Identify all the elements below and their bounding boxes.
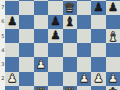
- piece-white-pawn-f2[interactable]: ♟: [79, 73, 89, 85]
- square-a3[interactable]: [5, 57, 19, 71]
- piece-black-pawn-g7[interactable]: ♟: [93, 2, 103, 14]
- chess-board[interactable]: ♚♛♟♟♟♟♝♟♝♟♟♟♟♟♜♜♚: [5, 0, 120, 90]
- square-d2[interactable]: [48, 72, 62, 86]
- square-b4[interactable]: [19, 43, 33, 57]
- square-c6[interactable]: [34, 15, 48, 29]
- square-g1[interactable]: [91, 86, 105, 90]
- rank-label-7: 7: [1, 5, 6, 10]
- piece-white-bishop-h5[interactable]: ♝: [107, 30, 119, 43]
- square-c7[interactable]: [34, 1, 48, 15]
- square-h7[interactable]: ♟: [106, 1, 120, 15]
- square-e1[interactable]: ♜: [63, 86, 77, 90]
- square-e6[interactable]: ♝: [63, 15, 77, 29]
- piece-white-pawn-g2[interactable]: ♟: [93, 73, 103, 85]
- square-b2[interactable]: [19, 72, 33, 86]
- square-g6[interactable]: [91, 15, 105, 29]
- rank-label-3: 3: [1, 62, 6, 67]
- square-f3[interactable]: [77, 57, 91, 71]
- square-h2[interactable]: ♟: [106, 72, 120, 86]
- square-g2[interactable]: ♟: [91, 72, 105, 86]
- square-f5[interactable]: [77, 29, 91, 43]
- square-f7[interactable]: [77, 1, 91, 15]
- square-c2[interactable]: [34, 72, 48, 86]
- square-e7[interactable]: ♛: [63, 1, 77, 15]
- piece-white-king-h1[interactable]: ♚: [107, 86, 119, 90]
- square-d3[interactable]: [48, 57, 62, 71]
- square-c1[interactable]: ♜: [34, 86, 48, 90]
- square-a2[interactable]: ♟: [5, 72, 19, 86]
- square-e5[interactable]: [63, 29, 77, 43]
- rank-label-4: 4: [1, 48, 6, 53]
- square-d4[interactable]: [48, 43, 62, 57]
- square-b7[interactable]: [19, 1, 33, 15]
- piece-black-bishop-e6[interactable]: ♝: [64, 15, 76, 28]
- square-f2[interactable]: ♟: [77, 72, 91, 86]
- square-a7[interactable]: [5, 1, 19, 15]
- square-h6[interactable]: [106, 15, 120, 29]
- square-e4[interactable]: [63, 43, 77, 57]
- piece-black-pawn-d5[interactable]: ♟: [50, 30, 60, 42]
- square-a4[interactable]: [5, 43, 19, 57]
- piece-black-pawn-d6[interactable]: ♟: [50, 16, 60, 28]
- piece-white-queen-e7[interactable]: ♛: [64, 1, 76, 14]
- square-e3[interactable]: [63, 57, 77, 71]
- square-e2[interactable]: [63, 72, 77, 86]
- square-c4[interactable]: [34, 43, 48, 57]
- rank-label-6: 6: [1, 19, 6, 24]
- piece-white-rook-e1[interactable]: ♜: [64, 86, 76, 90]
- piece-black-pawn-a6[interactable]: ♟: [7, 16, 17, 28]
- square-a5[interactable]: [5, 29, 19, 43]
- square-b5[interactable]: [19, 29, 33, 43]
- square-b1[interactable]: [19, 86, 33, 90]
- piece-black-pawn-h7[interactable]: ♟: [108, 2, 118, 14]
- square-h4[interactable]: [106, 43, 120, 57]
- chess-board-frame: ♚♛♟♟♟♟♝♟♝♟♟♟♟♟♜♜♚ 87654321: [0, 0, 120, 90]
- piece-white-pawn-a2[interactable]: ♟: [7, 73, 17, 85]
- square-c5[interactable]: [34, 29, 48, 43]
- piece-white-pawn-c3[interactable]: ♟: [36, 59, 46, 71]
- square-c3[interactable]: ♟: [34, 57, 48, 71]
- square-a1[interactable]: [5, 86, 19, 90]
- square-f6[interactable]: [77, 15, 91, 29]
- square-d5[interactable]: ♟: [48, 29, 62, 43]
- square-h1[interactable]: ♚: [106, 86, 120, 90]
- square-g4[interactable]: [91, 43, 105, 57]
- square-g7[interactable]: ♟: [91, 1, 105, 15]
- piece-white-rook-c1[interactable]: ♜: [35, 86, 47, 90]
- square-d6[interactable]: ♟: [48, 15, 62, 29]
- square-f1[interactable]: [77, 86, 91, 90]
- square-h3[interactable]: [106, 57, 120, 71]
- rank-label-2: 2: [1, 76, 6, 81]
- square-d1[interactable]: [48, 86, 62, 90]
- square-a6[interactable]: ♟: [5, 15, 19, 29]
- rank-label-5: 5: [1, 34, 6, 39]
- square-h5[interactable]: ♝: [106, 29, 120, 43]
- square-b6[interactable]: [19, 15, 33, 29]
- square-f4[interactable]: [77, 43, 91, 57]
- square-b3[interactable]: [19, 57, 33, 71]
- square-g3[interactable]: [91, 57, 105, 71]
- square-d7[interactable]: [48, 1, 62, 15]
- square-g5[interactable]: [91, 29, 105, 43]
- piece-white-pawn-h2[interactable]: ♟: [108, 73, 118, 85]
